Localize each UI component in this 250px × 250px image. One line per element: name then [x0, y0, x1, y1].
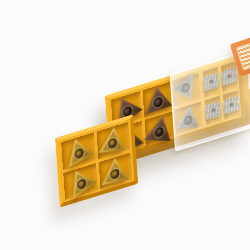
- tray-compartment: [145, 111, 176, 146]
- tray-gold-inserts: [55, 114, 138, 208]
- tray-compartment: [98, 152, 132, 189]
- gold-insert: [97, 125, 128, 156]
- bronze-insert: [143, 115, 177, 144]
- open-compartments-gold: [59, 119, 134, 202]
- box-label: [236, 40, 250, 71]
- gold-insert: [101, 154, 130, 188]
- product-photo: [0, 0, 250, 250]
